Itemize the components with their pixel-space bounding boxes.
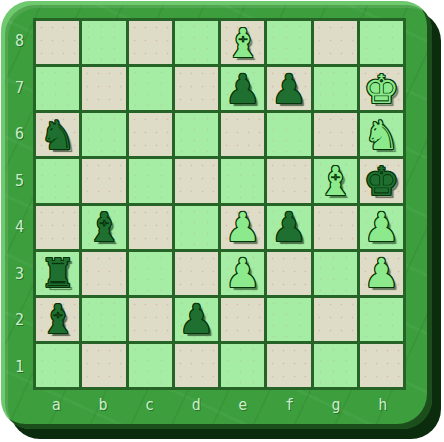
square-f6[interactable] — [267, 113, 310, 156]
square-b1[interactable] — [82, 344, 125, 387]
piece-black-pawn[interactable]: ♟ — [225, 69, 261, 109]
rank-label-1: 1 — [8, 344, 31, 391]
square-d3[interactable] — [175, 252, 218, 295]
square-b4[interactable]: ♝ — [82, 206, 125, 249]
square-g2[interactable] — [314, 298, 357, 341]
square-b2[interactable] — [82, 298, 125, 341]
square-h6[interactable]: ♞ — [360, 113, 403, 156]
square-g4[interactable] — [314, 206, 357, 249]
square-a4[interactable] — [36, 206, 79, 249]
square-b7[interactable] — [82, 67, 125, 110]
square-g3[interactable] — [314, 252, 357, 295]
square-e3[interactable]: ♟ — [221, 252, 264, 295]
piece-black-pawn[interactable]: ♟ — [271, 69, 307, 109]
square-g6[interactable] — [314, 113, 357, 156]
square-c2[interactable] — [129, 298, 172, 341]
square-c3[interactable] — [129, 252, 172, 295]
square-a3[interactable]: ♜ — [36, 252, 79, 295]
square-h3[interactable]: ♟ — [360, 252, 403, 295]
piece-black-rook[interactable]: ♜ — [40, 253, 76, 293]
square-h4[interactable]: ♟ — [360, 206, 403, 249]
square-h5[interactable]: ♚ — [360, 159, 403, 202]
rank-label-5: 5 — [8, 158, 31, 205]
square-a7[interactable] — [36, 67, 79, 110]
square-c7[interactable] — [129, 67, 172, 110]
square-c4[interactable] — [129, 206, 172, 249]
square-e4[interactable]: ♟ — [221, 206, 264, 249]
file-label-a: a — [33, 392, 80, 418]
square-f4[interactable]: ♟ — [267, 206, 310, 249]
piece-black-pawn[interactable]: ♟ — [178, 299, 214, 339]
square-h2[interactable] — [360, 298, 403, 341]
square-b6[interactable] — [82, 113, 125, 156]
square-a5[interactable] — [36, 159, 79, 202]
file-label-f: f — [266, 392, 313, 418]
file-label-c: c — [126, 392, 173, 418]
square-f1[interactable] — [267, 344, 310, 387]
piece-white-pawn[interactable]: ♟ — [225, 253, 261, 293]
piece-white-pawn[interactable]: ♟ — [225, 207, 261, 247]
piece-white-king[interactable]: ♚ — [363, 69, 399, 109]
file-label-h: h — [359, 392, 406, 418]
square-d1[interactable] — [175, 344, 218, 387]
square-f2[interactable] — [267, 298, 310, 341]
rank-label-2: 2 — [8, 297, 31, 344]
square-g1[interactable] — [314, 344, 357, 387]
square-h8[interactable] — [360, 21, 403, 64]
file-label-d: d — [173, 392, 220, 418]
square-g7[interactable] — [314, 67, 357, 110]
square-d4[interactable] — [175, 206, 218, 249]
file-label-g: g — [313, 392, 360, 418]
square-f7[interactable]: ♟ — [267, 67, 310, 110]
square-e5[interactable] — [221, 159, 264, 202]
chess-board: ♝♟♟♚♞♞♝♚♝♟♟♟♜♟♟♝♟ — [33, 18, 406, 390]
file-label-b: b — [80, 392, 127, 418]
square-h7[interactable]: ♚ — [360, 67, 403, 110]
rank-label-4: 4 — [8, 204, 31, 251]
file-label-e: e — [220, 392, 267, 418]
square-e6[interactable] — [221, 113, 264, 156]
square-a6[interactable]: ♞ — [36, 113, 79, 156]
rank-labels: 87654321 — [8, 18, 31, 390]
square-c6[interactable] — [129, 113, 172, 156]
square-f3[interactable] — [267, 252, 310, 295]
square-a8[interactable] — [36, 21, 79, 64]
square-d5[interactable] — [175, 159, 218, 202]
piece-white-bishop[interactable]: ♝ — [225, 23, 261, 63]
square-a1[interactable] — [36, 344, 79, 387]
piece-black-bishop[interactable]: ♝ — [86, 207, 122, 247]
rank-label-3: 3 — [8, 251, 31, 298]
square-e7[interactable]: ♟ — [221, 67, 264, 110]
piece-black-knight[interactable]: ♞ — [40, 115, 76, 155]
square-h1[interactable] — [360, 344, 403, 387]
square-b5[interactable] — [82, 159, 125, 202]
square-d6[interactable] — [175, 113, 218, 156]
square-f5[interactable] — [267, 159, 310, 202]
square-e2[interactable] — [221, 298, 264, 341]
square-d8[interactable] — [175, 21, 218, 64]
square-c5[interactable] — [129, 159, 172, 202]
square-g5[interactable]: ♝ — [314, 159, 357, 202]
chess-app-window: 87654321 ♝♟♟♚♞♞♝♚♝♟♟♟♜♟♟♝♟ abcdefgh — [0, 0, 444, 442]
square-d2[interactable]: ♟ — [175, 298, 218, 341]
piece-white-pawn[interactable]: ♟ — [363, 207, 399, 247]
piece-white-bishop[interactable]: ♝ — [317, 161, 353, 201]
piece-white-knight[interactable]: ♞ — [363, 115, 399, 155]
square-e1[interactable] — [221, 344, 264, 387]
rank-label-7: 7 — [8, 65, 31, 112]
piece-white-pawn[interactable]: ♟ — [363, 253, 399, 293]
square-a2[interactable]: ♝ — [36, 298, 79, 341]
piece-black-bishop[interactable]: ♝ — [40, 299, 76, 339]
square-b3[interactable] — [82, 252, 125, 295]
square-f8[interactable] — [267, 21, 310, 64]
square-e8[interactable]: ♝ — [221, 21, 264, 64]
square-d7[interactable] — [175, 67, 218, 110]
rank-label-8: 8 — [8, 18, 31, 65]
square-c1[interactable] — [129, 344, 172, 387]
square-g8[interactable] — [314, 21, 357, 64]
square-c8[interactable] — [129, 21, 172, 64]
square-b8[interactable] — [82, 21, 125, 64]
piece-black-pawn[interactable]: ♟ — [271, 207, 307, 247]
rank-label-6: 6 — [8, 111, 31, 158]
file-labels: abcdefgh — [33, 392, 406, 418]
piece-black-king[interactable]: ♚ — [363, 161, 399, 201]
